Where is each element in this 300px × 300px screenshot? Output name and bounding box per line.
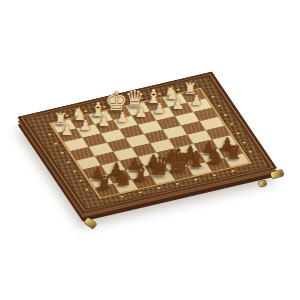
brass-stud — [102, 105, 107, 108]
brass-stud — [157, 93, 162, 96]
brass-stud — [83, 110, 88, 113]
brass-stud — [66, 161, 71, 164]
brass-stud — [139, 97, 144, 100]
brass-stud — [85, 188, 90, 191]
brass-stud — [242, 141, 247, 144]
brass-stud — [229, 123, 234, 126]
brass-hinge-right-corner — [258, 180, 266, 186]
brass-stud — [120, 195, 125, 198]
chess-board — [18, 72, 277, 214]
brass-stud — [175, 182, 180, 185]
brass-stud — [60, 152, 65, 155]
brass-stud — [138, 191, 143, 194]
brass-stud — [236, 132, 241, 135]
brass-clasp-bottom-left — [84, 217, 96, 229]
board-inlay-border — [48, 88, 252, 199]
brass-stud — [223, 114, 228, 117]
brass-stud — [231, 170, 236, 173]
brass-stud — [72, 170, 77, 173]
brass-stud — [248, 150, 253, 153]
chess-set-photo: ♜♞♝♚♛♝♞♜♟♟♟♟♟♟♟♟♟♟♟♟♟♟♟♟♜♞♝♛♚♝♞♜ — [0, 0, 300, 300]
brass-stud — [54, 142, 59, 145]
brass-stud — [120, 101, 125, 104]
brass-latch-bottom-right — [270, 170, 283, 179]
brass-stud — [47, 133, 52, 136]
brass-stud — [65, 114, 70, 117]
brass-stud — [176, 88, 181, 91]
brass-stud — [217, 104, 222, 107]
brass-stud — [157, 187, 162, 190]
brass-stud — [194, 178, 199, 181]
brass-stud — [211, 95, 216, 98]
brass-stud — [78, 179, 83, 182]
brass-stud — [212, 174, 217, 177]
